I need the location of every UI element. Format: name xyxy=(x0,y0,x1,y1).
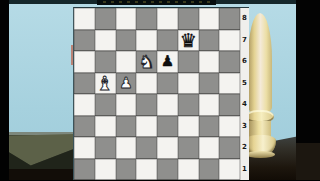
square-c3[interactable] xyxy=(116,116,137,138)
square-d7[interactable] xyxy=(136,30,157,52)
square-b7[interactable] xyxy=(95,30,116,52)
table-shadow-strip xyxy=(9,169,73,180)
square-d2[interactable] xyxy=(136,137,157,159)
letterbox-right xyxy=(296,0,320,143)
rank-label-8: 8 xyxy=(240,8,249,30)
square-g6[interactable] xyxy=(199,51,220,73)
square-c5[interactable]: ♟ xyxy=(116,73,137,95)
square-d6[interactable]: ♞ xyxy=(136,51,157,73)
square-h5[interactable] xyxy=(219,73,240,95)
square-h7[interactable] xyxy=(219,30,240,52)
square-h6[interactable] xyxy=(219,51,240,73)
square-g1[interactable] xyxy=(199,159,220,181)
square-g3[interactable] xyxy=(199,116,220,138)
square-b2[interactable] xyxy=(95,137,116,159)
square-b3[interactable] xyxy=(95,116,116,138)
square-g8[interactable] xyxy=(199,8,220,30)
chess-board: ♛♞♟♝♟ 87654321 xyxy=(73,7,249,180)
square-f3[interactable] xyxy=(178,116,199,138)
square-e2[interactable] xyxy=(157,137,178,159)
square-b1[interactable] xyxy=(95,159,116,181)
square-a8[interactable] xyxy=(74,8,95,30)
square-d3[interactable] xyxy=(136,116,157,138)
square-d4[interactable] xyxy=(136,94,157,116)
letterbox-left xyxy=(0,0,9,180)
square-b4[interactable] xyxy=(95,94,116,116)
square-a2[interactable] xyxy=(74,137,95,159)
square-g7[interactable] xyxy=(199,30,220,52)
square-a6[interactable] xyxy=(74,51,95,73)
square-f4[interactable] xyxy=(178,94,199,116)
square-g2[interactable] xyxy=(199,137,220,159)
square-a7[interactable] xyxy=(74,30,95,52)
square-a5[interactable] xyxy=(74,73,95,95)
board-squares: ♛♞♟♝♟ xyxy=(74,8,240,180)
piece-white-knight-d6: ♞ xyxy=(139,52,155,70)
square-c6[interactable] xyxy=(116,51,137,73)
square-a1[interactable] xyxy=(74,159,95,181)
square-a4[interactable] xyxy=(74,94,95,116)
square-h2[interactable] xyxy=(219,137,240,159)
caption-bar xyxy=(97,0,216,5)
square-c2[interactable] xyxy=(116,137,137,159)
video-frame: ♛♞♟♝♟ 87654321 xyxy=(0,0,320,180)
square-c1[interactable] xyxy=(116,159,137,181)
square-b6[interactable] xyxy=(95,51,116,73)
square-a3[interactable] xyxy=(74,116,95,138)
square-h8[interactable] xyxy=(219,8,240,30)
rank-labels: 87654321 xyxy=(240,8,249,180)
square-h4[interactable] xyxy=(219,94,240,116)
piece-black-pawn-e6: ♟ xyxy=(161,54,174,69)
square-d8[interactable] xyxy=(136,8,157,30)
square-d5[interactable] xyxy=(136,73,157,95)
rank-label-2: 2 xyxy=(240,137,249,159)
rank-label-6: 6 xyxy=(240,51,249,73)
piece-white-pawn-c5: ♟ xyxy=(119,75,132,90)
square-e7[interactable] xyxy=(157,30,178,52)
square-f8[interactable] xyxy=(178,8,199,30)
square-e1[interactable] xyxy=(157,159,178,181)
square-e8[interactable] xyxy=(157,8,178,30)
square-c7[interactable] xyxy=(116,30,137,52)
studio-bishop-figurine xyxy=(245,13,277,155)
square-b8[interactable] xyxy=(95,8,116,30)
piece-black-queen-f7: ♛ xyxy=(180,30,197,49)
square-e6[interactable]: ♟ xyxy=(157,51,178,73)
rank-label-3: 3 xyxy=(240,116,249,138)
square-f6[interactable] xyxy=(178,51,199,73)
square-f7[interactable]: ♛ xyxy=(178,30,199,52)
square-h3[interactable] xyxy=(219,116,240,138)
rank-label-7: 7 xyxy=(240,30,249,52)
square-f5[interactable] xyxy=(178,73,199,95)
square-g5[interactable] xyxy=(199,73,220,95)
piece-white-bishop-b5: ♝ xyxy=(97,73,114,92)
square-g4[interactable] xyxy=(199,94,220,116)
rank-label-4: 4 xyxy=(240,94,249,116)
rank-label-5: 5 xyxy=(240,73,249,95)
square-f1[interactable] xyxy=(178,159,199,181)
studio-table-left xyxy=(9,132,73,180)
rank-label-1: 1 xyxy=(240,159,249,181)
square-b5[interactable]: ♝ xyxy=(95,73,116,95)
square-e4[interactable] xyxy=(157,94,178,116)
video-chroma-artifact xyxy=(71,45,73,65)
square-d1[interactable] xyxy=(136,159,157,181)
square-e5[interactable] xyxy=(157,73,178,95)
figurine-head xyxy=(248,13,272,113)
square-c4[interactable] xyxy=(116,94,137,116)
figurine-foot xyxy=(246,151,275,158)
square-f2[interactable] xyxy=(178,137,199,159)
square-c8[interactable] xyxy=(116,8,137,30)
square-e3[interactable] xyxy=(157,116,178,138)
square-h1[interactable] xyxy=(219,159,240,181)
letterbox-right-lower xyxy=(296,143,320,180)
